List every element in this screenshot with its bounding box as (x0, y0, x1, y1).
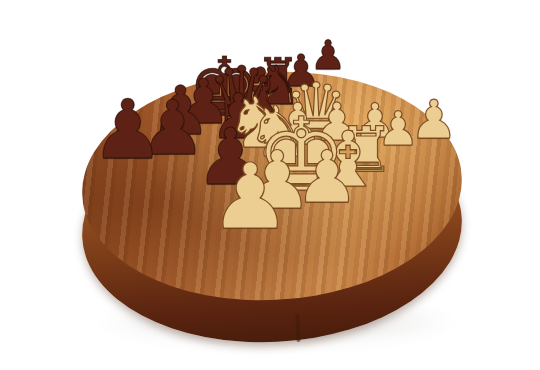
pieces-layer: ♚♛♜♝♞♟♟♟♟♟♟♚♛♜♝♞♞♟♟♟♟♟♟♟♟♟♟ (0, 0, 540, 370)
round-chess-board-photo: ♚♛♜♝♞♟♟♟♟♟♟♚♛♜♝♞♞♟♟♟♟♟♟♟♟♟♟ (0, 0, 540, 370)
piece-black-pawn[interactable]: ♟ (91, 89, 165, 171)
piece-white-pawn[interactable]: ♟ (210, 151, 291, 242)
